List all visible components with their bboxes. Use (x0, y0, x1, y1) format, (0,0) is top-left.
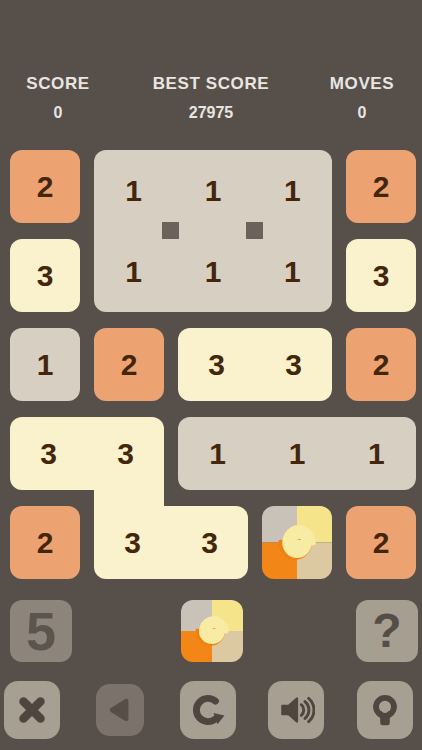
hint-button[interactable] (357, 681, 413, 739)
swirl-icon (262, 506, 332, 579)
swirl-icon (181, 600, 243, 662)
tile-r3c2[interactable]: 2 (94, 328, 164, 401)
undo-button[interactable] (96, 684, 144, 736)
tile-r2c1[interactable]: 3 (10, 239, 80, 312)
cell-value: 3 (87, 417, 164, 490)
tiles-left-counter: 5 (10, 600, 72, 662)
cell-value: 1 (337, 417, 416, 490)
refresh-icon (189, 691, 227, 729)
moves-block: MOVES 0 (330, 74, 394, 122)
next-tile-preview (181, 600, 243, 662)
tile-r1c1[interactable]: 2 (10, 150, 80, 223)
score-block: SCORE 0 (26, 74, 89, 122)
moves-label: MOVES (330, 74, 394, 94)
moves-value: 0 (330, 104, 394, 122)
tile-r3c1[interactable]: 1 (10, 328, 80, 401)
tile-r3c5[interactable]: 2 (346, 328, 416, 401)
fuse-joint (246, 222, 263, 239)
mystery-tile[interactable]: ? (356, 600, 418, 662)
best-score-value: 27975 (153, 104, 270, 122)
speaker-icon (277, 691, 315, 729)
lightbulb-icon (366, 691, 404, 729)
tile-wildcard-swirl[interactable] (262, 506, 332, 579)
cell-value: 3 (171, 506, 248, 579)
cell-value: 1 (253, 231, 332, 312)
big-tile-cells: 1 1 1 1 1 1 (94, 150, 332, 312)
cell-value: 1 (173, 150, 252, 231)
cell-value: 3 (10, 417, 87, 490)
close-button[interactable] (4, 681, 60, 739)
tile-fused-r3c3-c4[interactable]: 3 3 (178, 328, 332, 401)
cell-value: 3 (255, 328, 332, 401)
tile-r1c5[interactable]: 2 (346, 150, 416, 223)
cell-value: 1 (257, 417, 336, 490)
restart-button[interactable] (180, 681, 236, 739)
close-icon (14, 692, 50, 728)
cell-value: 3 (178, 328, 255, 401)
cell-value: 1 (178, 417, 257, 490)
tile-r2c5[interactable]: 3 (346, 239, 416, 312)
cell-value: 1 (94, 150, 173, 231)
cell-value: 1 (173, 231, 252, 312)
cell-value: 1 (94, 231, 173, 312)
tile-big-fused-1s[interactable]: 1 1 1 1 1 1 (94, 150, 332, 312)
score-value: 0 (26, 104, 89, 122)
cell-value: 1 (253, 150, 332, 231)
score-label: SCORE (26, 74, 89, 94)
tile-r5c5[interactable]: 2 (346, 506, 416, 579)
tile-fused-s-top[interactable]: 3 3 (10, 417, 164, 490)
fuse-joint (162, 222, 179, 239)
tile-fused-r4c3-c5[interactable]: 1 1 1 (178, 417, 416, 490)
cell-value: 3 (94, 506, 171, 579)
sound-button[interactable] (268, 681, 324, 739)
best-score-label: BEST SCORE (153, 74, 270, 94)
best-score-block: BEST SCORE 27975 (153, 74, 270, 122)
game-screen: SCORE 0 BEST SCORE 27975 MOVES 0 2 1 1 1… (0, 0, 422, 750)
back-arrow-icon (104, 694, 136, 726)
tile-fused-s-bottom[interactable]: 3 3 (94, 506, 248, 579)
tile-r5c1[interactable]: 2 (10, 506, 80, 579)
